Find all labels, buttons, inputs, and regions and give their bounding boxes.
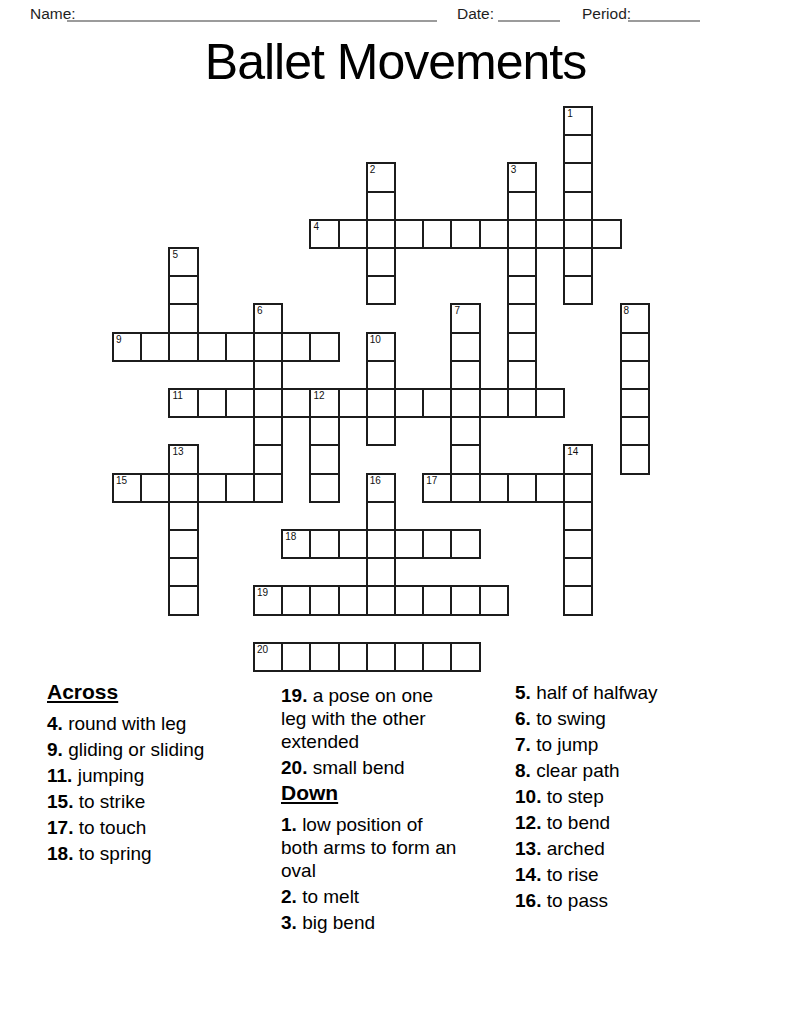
grid-cell[interactable] bbox=[366, 191, 396, 221]
grid-cell[interactable] bbox=[450, 360, 480, 390]
grid-cell[interactable]: 19 bbox=[253, 585, 283, 615]
grid-cell[interactable] bbox=[507, 332, 537, 362]
clue-column-1: Across4. round with leg9. gliding or sli… bbox=[47, 681, 282, 868]
grid-cell[interactable] bbox=[168, 275, 198, 305]
grid-cell[interactable] bbox=[563, 191, 593, 221]
grid-cell[interactable] bbox=[450, 642, 480, 672]
grid-cell[interactable] bbox=[309, 332, 339, 362]
grid-cell[interactable] bbox=[507, 191, 537, 221]
grid-cell[interactable] bbox=[507, 360, 537, 390]
down-header: Down bbox=[281, 782, 503, 804]
clue-column-2: 19. a pose on one leg with the other ext… bbox=[281, 684, 503, 937]
grid-cell[interactable] bbox=[620, 332, 650, 362]
cell-number: 9 bbox=[116, 334, 122, 345]
grid-cell[interactable] bbox=[394, 219, 424, 249]
cell-number: 15 bbox=[116, 475, 127, 486]
grid-cell[interactable] bbox=[535, 388, 565, 418]
grid-cell[interactable] bbox=[168, 585, 198, 615]
grid-cell[interactable]: 9 bbox=[112, 332, 142, 362]
clue-across-11: 11. jumping bbox=[47, 764, 282, 787]
across-header: Across bbox=[47, 681, 282, 703]
worksheet-page: Name: Date: Period: Ballet Movements 123… bbox=[0, 0, 791, 1024]
grid-cell[interactable] bbox=[366, 642, 396, 672]
clue-down-14: 14. to rise bbox=[515, 863, 725, 886]
grid-cell[interactable] bbox=[338, 585, 368, 615]
clue-number: 19. bbox=[281, 685, 313, 706]
grid-cell[interactable] bbox=[309, 642, 339, 672]
clue-column-3: 5. half of halfway6. to swing7. to jump8… bbox=[515, 681, 725, 915]
grid-cell[interactable] bbox=[563, 247, 593, 277]
grid-cell[interactable] bbox=[620, 416, 650, 446]
grid-cell[interactable] bbox=[197, 473, 227, 503]
grid-cell[interactable] bbox=[309, 585, 339, 615]
clue-number: 5. bbox=[515, 682, 536, 703]
grid-cell[interactable] bbox=[253, 444, 283, 474]
page-title: Ballet Movements bbox=[0, 33, 791, 91]
clue-number: 1. bbox=[281, 814, 302, 835]
cell-number: 18 bbox=[285, 531, 296, 542]
clue-number: 11. bbox=[47, 765, 78, 786]
cell-number: 5 bbox=[172, 249, 178, 260]
grid-cell[interactable] bbox=[253, 332, 283, 362]
grid-cell[interactable] bbox=[450, 388, 480, 418]
clue-across-15: 15. to strike bbox=[47, 790, 282, 813]
clue-number: 3. bbox=[281, 912, 302, 933]
clue-across-17: 17. to touch bbox=[47, 816, 282, 839]
clue-down-2: 2. to melt bbox=[281, 885, 503, 908]
grid-cell[interactable] bbox=[309, 473, 339, 503]
grid-cell[interactable] bbox=[253, 360, 283, 390]
grid-cell[interactable] bbox=[140, 473, 170, 503]
grid-cell[interactable] bbox=[422, 388, 452, 418]
grid-cell[interactable]: 6 bbox=[253, 303, 283, 333]
clue-down-10: 10. to step bbox=[515, 785, 725, 808]
grid-cell[interactable]: 5 bbox=[168, 247, 198, 277]
clue-across-20: 20. small bend bbox=[281, 756, 503, 779]
clue-down-7: 7. to jump bbox=[515, 733, 725, 756]
grid-cell[interactable] bbox=[225, 332, 255, 362]
grid-cell[interactable] bbox=[253, 416, 283, 446]
cell-number: 4 bbox=[313, 221, 319, 232]
period-field-line[interactable] bbox=[628, 4, 700, 22]
grid-cell[interactable] bbox=[422, 642, 452, 672]
grid-cell[interactable] bbox=[366, 219, 396, 249]
grid-cell[interactable]: 16 bbox=[366, 473, 396, 503]
grid-cell[interactable] bbox=[225, 388, 255, 418]
cell-number: 1 bbox=[567, 108, 573, 119]
cell-number: 16 bbox=[370, 475, 381, 486]
clue-number: 13. bbox=[515, 838, 547, 859]
grid-cell[interactable] bbox=[563, 162, 593, 192]
grid-cell[interactable] bbox=[507, 388, 537, 418]
grid-cell[interactable] bbox=[563, 529, 593, 559]
grid-cell[interactable] bbox=[197, 388, 227, 418]
grid-cell[interactable] bbox=[620, 360, 650, 390]
grid-cell[interactable] bbox=[197, 332, 227, 362]
grid-cell[interactable] bbox=[450, 444, 480, 474]
clue-across-4: 4. round with leg bbox=[47, 712, 282, 735]
clue-across-19: 19. a pose on one leg with the other ext… bbox=[281, 684, 503, 753]
grid-cell[interactable] bbox=[507, 303, 537, 333]
clue-down-8: 8. clear path bbox=[515, 759, 725, 782]
name-field-line[interactable] bbox=[67, 4, 437, 22]
grid-cell[interactable] bbox=[394, 529, 424, 559]
clue-number: 18. bbox=[47, 843, 79, 864]
period-label: Period: bbox=[582, 5, 631, 23]
grid-cell[interactable] bbox=[394, 388, 424, 418]
grid-cell[interactable] bbox=[253, 388, 283, 418]
clue-number: 14. bbox=[515, 864, 547, 885]
clue-number: 12. bbox=[515, 812, 547, 833]
grid-cell[interactable] bbox=[507, 247, 537, 277]
grid-cell[interactable] bbox=[479, 585, 509, 615]
cell-number: 7 bbox=[454, 305, 460, 316]
clue-number: 16. bbox=[515, 890, 547, 911]
grid-cell[interactable] bbox=[620, 444, 650, 474]
clue-across-9: 9. gliding or sliding bbox=[47, 738, 282, 761]
cell-number: 19 bbox=[257, 587, 268, 598]
grid-cell[interactable] bbox=[281, 585, 311, 615]
cell-number: 13 bbox=[172, 446, 183, 457]
grid-cell[interactable]: 7 bbox=[450, 303, 480, 333]
grid-cell[interactable] bbox=[535, 473, 565, 503]
grid-cell[interactable] bbox=[366, 360, 396, 390]
grid-cell[interactable] bbox=[507, 219, 537, 249]
grid-cell[interactable]: 15 bbox=[112, 473, 142, 503]
grid-cell[interactable] bbox=[479, 388, 509, 418]
grid-cell[interactable] bbox=[366, 557, 396, 587]
grid-cell[interactable] bbox=[507, 275, 537, 305]
grid-cell[interactable] bbox=[366, 416, 396, 446]
grid-cell[interactable] bbox=[366, 585, 396, 615]
grid-cell[interactable]: 20 bbox=[253, 642, 283, 672]
cell-number: 2 bbox=[370, 164, 376, 175]
cell-number: 10 bbox=[370, 334, 381, 345]
date-field-line[interactable] bbox=[498, 4, 560, 22]
grid-cell[interactable] bbox=[422, 585, 452, 615]
clue-down-12: 12. to bend bbox=[515, 811, 725, 834]
grid-cell[interactable] bbox=[281, 332, 311, 362]
grid-cell[interactable]: 8 bbox=[620, 303, 650, 333]
grid-cell[interactable] bbox=[479, 219, 509, 249]
grid-cell[interactable]: 1 bbox=[563, 106, 593, 136]
grid-cell[interactable] bbox=[140, 332, 170, 362]
clue-down-3: 3. big bend bbox=[281, 911, 503, 934]
grid-cell[interactable] bbox=[366, 388, 396, 418]
grid-cell[interactable] bbox=[225, 473, 255, 503]
grid-cell[interactable] bbox=[366, 247, 396, 277]
grid-cell[interactable] bbox=[338, 388, 368, 418]
grid-cell[interactable] bbox=[366, 501, 396, 531]
grid-cell[interactable] bbox=[563, 557, 593, 587]
grid-cell[interactable] bbox=[450, 473, 480, 503]
clue-across-18: 18. to spring bbox=[47, 842, 282, 865]
cell-number: 3 bbox=[511, 164, 517, 175]
clue-down-13: 13. arched bbox=[515, 837, 725, 860]
grid-cell[interactable] bbox=[309, 416, 339, 446]
grid-cell[interactable] bbox=[281, 388, 311, 418]
clue-number: 20. bbox=[281, 757, 313, 778]
grid-cell[interactable] bbox=[563, 134, 593, 164]
clue-number: 9. bbox=[47, 739, 68, 760]
crossword-grid: 1234567891011121314151617181920 bbox=[113, 107, 650, 672]
cell-number: 17 bbox=[426, 475, 437, 486]
grid-cell[interactable] bbox=[563, 501, 593, 531]
grid-cell[interactable] bbox=[168, 501, 198, 531]
grid-cell[interactable] bbox=[309, 529, 339, 559]
grid-cell[interactable] bbox=[168, 303, 198, 333]
grid-cell[interactable] bbox=[338, 529, 368, 559]
clue-number: 8. bbox=[515, 760, 536, 781]
grid-cell[interactable] bbox=[394, 585, 424, 615]
grid-cell[interactable] bbox=[394, 642, 424, 672]
grid-cell[interactable]: 2 bbox=[366, 162, 396, 192]
grid-cell[interactable] bbox=[168, 473, 198, 503]
grid-cell[interactable] bbox=[281, 642, 311, 672]
clue-down-16: 16. to pass bbox=[515, 889, 725, 912]
clue-number: 6. bbox=[515, 708, 536, 729]
grid-cell[interactable] bbox=[168, 332, 198, 362]
grid-cell[interactable] bbox=[563, 585, 593, 615]
clue-number: 7. bbox=[515, 734, 536, 755]
grid-cell[interactable]: 17 bbox=[422, 473, 452, 503]
grid-cell[interactable] bbox=[168, 529, 198, 559]
grid-cell[interactable] bbox=[168, 557, 198, 587]
clue-number: 17. bbox=[47, 817, 79, 838]
clue-number: 4. bbox=[47, 713, 68, 734]
grid-cell[interactable] bbox=[309, 444, 339, 474]
grid-cell[interactable] bbox=[366, 275, 396, 305]
clue-number: 10. bbox=[515, 786, 547, 807]
grid-cell[interactable]: 13 bbox=[168, 444, 198, 474]
cell-number: 14 bbox=[567, 446, 578, 457]
cell-number: 8 bbox=[624, 305, 630, 316]
date-label: Date: bbox=[457, 5, 494, 23]
grid-cell[interactable] bbox=[450, 332, 480, 362]
grid-cell[interactable] bbox=[422, 219, 452, 249]
cell-number: 20 bbox=[257, 644, 268, 655]
grid-cell[interactable] bbox=[563, 473, 593, 503]
clue-down-5: 5. half of halfway bbox=[515, 681, 725, 704]
grid-cell[interactable] bbox=[422, 529, 452, 559]
grid-cell[interactable]: 10 bbox=[366, 332, 396, 362]
grid-cell[interactable] bbox=[338, 642, 368, 672]
grid-cell[interactable] bbox=[450, 416, 480, 446]
grid-cell[interactable]: 14 bbox=[563, 444, 593, 474]
grid-cell[interactable]: 3 bbox=[507, 162, 537, 192]
grid-cell[interactable] bbox=[563, 219, 593, 249]
clue-number: 2. bbox=[281, 886, 302, 907]
cell-number: 6 bbox=[257, 305, 263, 316]
grid-cell[interactable] bbox=[620, 388, 650, 418]
grid-cell[interactable] bbox=[535, 219, 565, 249]
grid-cell[interactable] bbox=[253, 473, 283, 503]
grid-cell[interactable]: 12 bbox=[309, 388, 339, 418]
cell-number: 11 bbox=[172, 390, 182, 401]
clue-down-6: 6. to swing bbox=[515, 707, 725, 730]
grid-cell[interactable] bbox=[338, 219, 368, 249]
grid-cell[interactable] bbox=[450, 529, 480, 559]
grid-cell[interactable] bbox=[479, 473, 509, 503]
grid-cell[interactable] bbox=[591, 219, 621, 249]
grid-cell[interactable]: 18 bbox=[281, 529, 311, 559]
grid-cell[interactable] bbox=[366, 529, 396, 559]
grid-cell[interactable] bbox=[563, 275, 593, 305]
cell-number: 12 bbox=[313, 390, 324, 401]
clue-down-1: 1. low position of both arms to form an … bbox=[281, 813, 503, 882]
grid-cell[interactable]: 4 bbox=[309, 219, 339, 249]
grid-cell[interactable] bbox=[450, 219, 480, 249]
grid-cell[interactable]: 11 bbox=[168, 388, 198, 418]
grid-cell[interactable] bbox=[450, 585, 480, 615]
clue-number: 15. bbox=[47, 791, 79, 812]
grid-cell[interactable] bbox=[507, 473, 537, 503]
